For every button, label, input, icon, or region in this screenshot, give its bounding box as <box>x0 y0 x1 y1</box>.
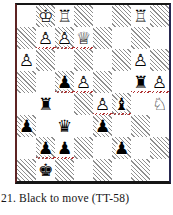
black-queen-c3: ♛ <box>57 115 72 137</box>
chess-board-frame: ♔♖♖♙♙♕♙♙♟♙♜♙♜♙♝♘♟♛♟♟♟♟♚ <box>15 3 171 184</box>
square-e4: ♙ <box>93 93 112 115</box>
square-d7: ♕ <box>74 27 93 49</box>
square-f8 <box>112 5 131 27</box>
square-h2 <box>150 137 169 159</box>
black-pawn-c5: ♟ <box>57 71 72 93</box>
black-pawn-a3: ♟ <box>19 115 34 137</box>
square-a8 <box>17 5 36 27</box>
square-a2 <box>17 137 36 159</box>
black-rook-b4: ♜ <box>38 93 53 115</box>
square-c7: ♙ <box>55 27 74 49</box>
square-f4: ♝ <box>112 93 131 115</box>
square-e7 <box>93 27 112 49</box>
square-c1 <box>55 159 74 181</box>
square-d2 <box>74 137 93 159</box>
square-d3 <box>74 115 93 137</box>
white-king-b8: ♔ <box>38 5 53 27</box>
red-squiggle-underline <box>131 91 150 93</box>
square-b5 <box>36 71 55 93</box>
square-b2: ♟ <box>36 137 55 159</box>
white-pawn-d5: ♙ <box>76 71 91 93</box>
square-c3: ♛ <box>55 115 74 137</box>
square-g4 <box>131 93 150 115</box>
square-f5 <box>112 71 131 93</box>
square-g2 <box>131 137 150 159</box>
diagram-caption: 21. Black to move (TT-58) <box>1 192 129 204</box>
red-squiggle-underline <box>55 91 74 93</box>
black-pawn-f2: ♟ <box>114 137 129 159</box>
square-h5: ♙ <box>150 71 169 93</box>
black-pawn-b2: ♟ <box>38 137 53 159</box>
square-c4 <box>55 93 74 115</box>
square-f2: ♟ <box>112 137 131 159</box>
square-f6 <box>112 49 131 71</box>
square-e5 <box>93 71 112 93</box>
square-b8: ♔ <box>36 5 55 27</box>
square-b6 <box>36 49 55 71</box>
square-f7 <box>112 27 131 49</box>
square-g3 <box>131 115 150 137</box>
red-squiggle-underline <box>93 113 112 115</box>
red-squiggle-underline <box>74 47 93 49</box>
square-a1 <box>17 159 36 181</box>
square-e3: ♟ <box>93 115 112 137</box>
square-c5: ♟ <box>55 71 74 93</box>
square-a7 <box>17 27 36 49</box>
square-b3 <box>36 115 55 137</box>
red-squiggle-underline <box>36 47 55 49</box>
red-squiggle-underline <box>36 157 55 159</box>
red-squiggle-underline <box>150 91 169 93</box>
square-h8 <box>150 5 169 27</box>
black-rook-g5: ♜ <box>133 71 148 93</box>
square-a6: ♙ <box>17 49 36 71</box>
black-bishop-f4: ♝ <box>114 93 129 115</box>
square-h4: ♘ <box>150 93 169 115</box>
square-d6 <box>74 49 93 71</box>
black-pawn-c2: ♟ <box>57 137 72 159</box>
red-squiggle-underline <box>112 113 131 115</box>
black-pawn-e3: ♟ <box>95 115 110 137</box>
square-f1 <box>112 159 131 181</box>
square-b1: ♚ <box>36 159 55 181</box>
chess-board: ♔♖♖♙♙♕♙♙♟♙♜♙♜♙♝♘♟♛♟♟♟♟♚ <box>17 5 169 181</box>
red-squiggle-underline <box>74 91 93 93</box>
square-g8: ♖ <box>131 5 150 27</box>
square-h1 <box>150 159 169 181</box>
square-e6 <box>93 49 112 71</box>
square-g7 <box>131 27 150 49</box>
square-h3 <box>150 115 169 137</box>
white-queen-d7: ♕ <box>76 27 91 49</box>
square-d1 <box>74 159 93 181</box>
square-e8 <box>93 5 112 27</box>
white-pawn-h5: ♙ <box>152 71 167 93</box>
square-g5: ♜ <box>131 71 150 93</box>
white-pawn-g6: ♙ <box>133 49 148 71</box>
square-d8 <box>74 5 93 27</box>
square-e1 <box>93 159 112 181</box>
white-rook-g8: ♖ <box>133 5 148 27</box>
square-g1 <box>131 159 150 181</box>
square-c2: ♟ <box>55 137 74 159</box>
square-a5 <box>17 71 36 93</box>
square-h7 <box>150 27 169 49</box>
white-pawn-e4: ♙ <box>95 93 110 115</box>
white-pawn-a6: ♙ <box>19 49 34 71</box>
white-pawn-b7: ♙ <box>38 27 53 49</box>
white-rook-c8: ♖ <box>57 5 72 27</box>
square-g6: ♙ <box>131 49 150 71</box>
white-pawn-c7: ♙ <box>57 27 72 49</box>
red-squiggle-underline <box>55 47 74 49</box>
square-d4 <box>74 93 93 115</box>
square-e2 <box>93 137 112 159</box>
square-a4 <box>17 93 36 115</box>
square-b7: ♙ <box>36 27 55 49</box>
square-a3: ♟ <box>17 115 36 137</box>
square-h6 <box>150 49 169 71</box>
white-knight-h4: ♘ <box>152 93 167 115</box>
square-f3 <box>112 115 131 137</box>
square-b4: ♜ <box>36 93 55 115</box>
square-c6 <box>55 49 74 71</box>
black-king-b1: ♚ <box>38 159 53 181</box>
red-squiggle-underline <box>55 157 74 159</box>
square-d5: ♙ <box>74 71 93 93</box>
square-c8: ♖ <box>55 5 74 27</box>
